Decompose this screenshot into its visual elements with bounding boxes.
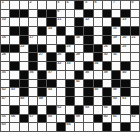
letter-cell[interactable] [38,106,46,114]
letter-cell[interactable] [131,71,139,79]
letter-cell[interactable] [20,18,28,26]
block-cell [29,53,37,61]
clue-number: 12 [85,18,89,22]
block-cell [94,115,102,123]
clue-number: 60 [103,115,107,119]
block-cell [103,27,111,35]
block-cell [75,1,83,9]
letter-cell[interactable] [1,80,9,88]
letter-cell[interactable]: 58 [47,115,55,123]
letter-cell[interactable]: 30 [103,53,111,61]
block-cell [121,88,129,96]
clue-number: 43 [11,88,15,92]
letter-cell[interactable] [1,10,9,18]
block-cell [38,115,46,123]
letter-cell[interactable]: 33 [66,62,74,70]
letter-cell[interactable]: 38 [84,71,92,79]
letter-cell[interactable] [121,1,129,9]
letter-cell[interactable]: 57 [29,115,37,123]
block-cell [112,45,120,53]
block-cell [84,36,92,44]
block-cell [20,71,28,79]
block-cell [10,10,18,18]
block-cell [66,36,74,44]
letter-cell[interactable] [1,27,9,35]
block-cell [10,106,18,114]
letter-cell[interactable] [94,18,102,26]
letter-cell[interactable] [66,71,74,79]
clue-number: 11 [57,18,61,22]
letter-cell[interactable]: 36 [29,71,37,79]
letter-cell[interactable] [121,106,129,114]
block-cell [47,53,55,61]
clue-number: 49 [39,97,43,101]
clue-number: 47 [2,97,6,101]
letter-cell[interactable] [94,10,102,18]
clue-number: 1 [2,1,4,5]
letter-cell[interactable] [47,45,55,53]
block-cell [94,45,102,53]
letter-cell[interactable] [84,115,92,123]
letter-cell[interactable] [38,123,46,131]
letter-cell[interactable] [121,115,129,123]
letter-cell[interactable] [20,1,28,9]
block-cell [121,10,129,18]
letter-cell[interactable]: 52 [57,106,65,114]
letter-cell[interactable] [131,97,139,105]
block-cell [75,27,83,35]
block-cell [1,45,9,53]
clue-number: 52 [57,106,61,110]
clue-number: 45 [94,88,98,92]
letter-cell[interactable]: 18 [75,36,83,44]
clue-number: 24 [103,45,107,49]
letter-cell[interactable]: 31 [112,53,120,61]
clue-number: 53 [85,106,89,110]
letter-cell[interactable] [29,123,37,131]
letter-cell[interactable] [66,106,74,114]
clue-number: 26 [2,53,6,57]
block-cell [38,10,46,18]
block-cell [10,27,18,35]
clue-number: 35 [2,71,6,75]
letter-cell[interactable]: 26 [1,53,9,61]
block-cell [29,62,37,70]
block-cell [94,80,102,88]
letter-cell[interactable]: 56 [10,115,18,123]
clue-number: 51 [122,97,126,101]
letter-cell[interactable] [20,123,28,131]
letter-cell[interactable]: 12 [84,18,92,26]
block-cell [84,62,92,70]
clue-number: 46 [113,88,117,92]
letter-cell[interactable]: 2 [29,1,37,9]
letter-cell[interactable] [131,123,139,131]
block-cell [112,18,120,26]
block-cell [57,123,65,131]
letter-cell[interactable] [75,123,83,131]
letter-cell[interactable] [38,18,46,26]
letter-cell[interactable]: 63 [1,123,9,131]
letter-cell[interactable] [75,10,83,18]
clue-number: 62 [131,115,135,119]
crossword-grid: 1234567891011121314151617181920212223242… [0,0,140,132]
clue-number: 33 [66,62,70,66]
clue-number: 61 [113,115,117,119]
letter-cell[interactable] [57,88,65,96]
clue-number: 54 [103,106,107,110]
clue-number: 57 [29,115,33,119]
clue-number: 7 [113,1,115,5]
letter-cell[interactable] [131,80,139,88]
clue-number: 27 [39,53,43,57]
block-cell [121,123,129,131]
letter-cell[interactable] [66,10,74,18]
block-cell [47,10,55,18]
clue-number: 25 [122,45,126,49]
letter-cell[interactable] [10,53,18,61]
clue-number: 14 [48,27,52,31]
letter-cell[interactable]: 51 [121,97,129,105]
block-cell [20,115,28,123]
letter-cell[interactable] [10,97,18,105]
letter-cell[interactable] [75,45,83,53]
clue-number: 30 [103,53,107,57]
clue-number: 10 [2,18,6,22]
letter-cell[interactable]: 34 [94,62,102,70]
letter-cell[interactable] [131,10,139,18]
letter-cell[interactable] [112,123,120,131]
clue-number: 37 [48,71,52,75]
block-cell [131,27,139,35]
letter-cell[interactable] [57,80,65,88]
letter-cell[interactable]: 8 [131,1,139,9]
clue-number: 36 [29,71,33,75]
letter-cell[interactable]: 54 [103,106,111,114]
clue-number: 15 [113,27,117,31]
letter-cell[interactable]: 22 [20,45,28,53]
block-cell [10,45,18,53]
block-cell [20,80,28,88]
letter-cell[interactable]: 62 [131,115,139,123]
letter-cell[interactable]: 13 [121,18,129,26]
clue-number: 4 [66,1,68,5]
block-cell [75,71,83,79]
block-cell [103,88,111,96]
letter-cell[interactable]: 44 [47,88,55,96]
letter-cell[interactable]: 42 [1,88,9,96]
clue-number: 19 [113,36,117,40]
letter-cell[interactable] [29,18,37,26]
clue-number: 8 [131,1,133,5]
letter-cell[interactable]: 55 [1,115,9,123]
clue-number: 38 [85,71,89,75]
letter-cell[interactable]: 32 [57,62,65,70]
letter-cell[interactable] [94,71,102,79]
letter-cell[interactable] [38,36,46,44]
block-cell [47,106,55,114]
letter-cell[interactable]: 41 [75,80,83,88]
letter-cell[interactable] [10,36,18,44]
block-cell [121,62,129,70]
clue-number: 17 [29,36,33,40]
letter-cell[interactable] [1,62,9,70]
block-cell [103,36,111,44]
clue-number: 42 [2,88,6,92]
letter-cell[interactable]: 23 [66,45,74,53]
letter-cell[interactable]: 6 [94,1,102,9]
letter-cell[interactable] [112,10,120,18]
letter-cell[interactable] [75,97,83,105]
block-cell [103,123,111,131]
letter-cell[interactable]: 14 [47,27,55,35]
letter-cell[interactable] [47,36,55,44]
block-cell [121,80,129,88]
block-cell [66,115,74,123]
letter-cell[interactable]: 10 [1,18,9,26]
letter-cell[interactable] [20,106,28,114]
clue-number: 31 [113,53,117,57]
clue-number: 5 [85,1,87,5]
letter-cell[interactable] [112,62,120,70]
block-cell [131,106,139,114]
letter-cell[interactable] [131,53,139,61]
letter-cell[interactable]: 16 [1,36,9,44]
clue-number: 2 [29,1,31,5]
clue-number: 41 [76,80,80,84]
block-cell [112,80,120,88]
block-cell [66,80,74,88]
block-cell [84,80,92,88]
letter-cell[interactable]: 46 [112,88,120,96]
block-cell [66,88,74,96]
letter-cell[interactable] [84,53,92,61]
clue-number: 34 [94,62,98,66]
block-cell [84,88,92,96]
letter-cell[interactable] [57,71,65,79]
letter-cell[interactable] [10,18,18,26]
letter-cell[interactable] [29,10,37,18]
letter-cell[interactable] [20,53,28,61]
letter-cell[interactable] [57,36,65,44]
letter-cell[interactable]: 40 [121,71,129,79]
letter-cell[interactable] [121,53,129,61]
letter-cell[interactable]: 29 [75,53,83,61]
block-cell [57,27,65,35]
letter-cell[interactable]: 17 [29,36,37,44]
block-cell [38,27,46,35]
clue-number: 59 [76,115,80,119]
letter-cell[interactable] [29,27,37,35]
letter-cell[interactable]: 61 [112,115,120,123]
letter-cell[interactable] [103,80,111,88]
crossword-puzzle: 1234567891011121314151617181920212223242… [0,0,140,132]
letter-cell[interactable]: 35 [1,71,9,79]
block-cell [112,71,120,79]
letter-cell[interactable]: 15 [112,27,120,35]
block-cell [121,27,129,35]
letter-cell[interactable]: 59 [75,115,83,123]
letter-cell[interactable] [29,97,37,105]
clue-number: 56 [11,115,15,119]
letter-cell[interactable] [38,62,46,70]
letter-cell[interactable] [131,18,139,26]
letter-cell[interactable] [94,36,102,44]
letter-cell[interactable]: 1 [1,1,9,9]
letter-cell[interactable]: 43 [10,88,18,96]
block-cell [47,62,55,70]
letter-cell[interactable]: 4 [66,1,74,9]
block-cell [103,62,111,70]
block-cell [57,45,65,53]
letter-cell[interactable]: 21 [131,36,139,44]
letter-cell[interactable]: 50 [112,97,120,105]
letter-cell[interactable] [20,62,28,70]
block-cell [29,106,37,114]
letter-cell[interactable]: 3 [57,1,65,9]
clue-number: 29 [76,53,80,57]
clue-number: 23 [66,45,70,49]
block-cell [29,45,37,53]
clue-number: 18 [76,36,80,40]
clue-number: 13 [122,18,126,22]
letter-cell[interactable] [103,18,111,26]
letter-cell[interactable]: 53 [84,106,92,114]
letter-cell[interactable] [57,97,65,105]
clue-number: 48 [20,97,24,101]
letter-cell[interactable] [94,106,102,114]
clue-number: 9 [57,10,59,14]
letter-cell[interactable] [94,123,102,131]
letter-cell[interactable]: 7 [112,1,120,9]
letter-cell[interactable] [84,123,92,131]
clue-number: 64 [66,123,70,127]
letter-cell[interactable]: 25 [121,45,129,53]
clue-number: 58 [48,115,52,119]
letter-cell[interactable] [29,80,37,88]
block-cell [84,45,92,53]
letter-cell[interactable]: 9 [57,10,65,18]
clue-number: 3 [57,1,59,5]
letter-cell[interactable] [10,123,18,131]
letter-cell[interactable] [131,62,139,70]
block-cell [66,53,74,61]
letter-cell[interactable]: 48 [20,97,28,105]
letter-cell[interactable]: 47 [1,97,9,105]
letter-cell[interactable]: 28 [57,53,65,61]
block-cell [47,18,55,26]
letter-cell[interactable]: 27 [38,53,46,61]
letter-cell[interactable] [75,88,83,96]
clue-number: 39 [103,71,107,75]
letter-cell[interactable]: 20 [121,36,129,44]
letter-cell[interactable]: 64 [66,123,74,131]
letter-cell[interactable] [66,18,74,26]
block-cell [38,71,46,79]
letter-cell[interactable] [131,88,139,96]
block-cell [38,88,46,96]
clue-number: 40 [122,71,126,75]
letter-cell[interactable] [131,45,139,53]
letter-cell[interactable] [47,97,55,105]
block-cell [20,36,28,44]
letter-cell[interactable] [94,97,102,105]
letter-cell[interactable] [10,1,18,9]
clue-number: 50 [113,97,117,101]
block-cell [84,27,92,35]
block-cell [103,97,111,105]
clue-number: 63 [2,123,6,127]
block-cell [20,88,28,96]
block-cell [94,53,102,61]
block-cell [112,106,120,114]
block-cell [75,106,83,114]
block-cell [47,80,55,88]
letter-cell[interactable] [103,1,111,9]
letter-cell[interactable]: 5 [84,1,92,9]
clue-number: 21 [131,36,135,40]
letter-cell[interactable] [47,1,55,9]
block-cell [38,45,46,53]
block-cell [75,18,83,26]
clue-number: 20 [122,36,126,40]
block-cell [20,10,28,18]
block-cell [84,10,92,18]
clue-number: 44 [48,88,52,92]
letter-cell[interactable] [29,88,37,96]
block-cell [103,10,111,18]
block-cell [20,27,28,35]
clue-number: 22 [20,45,24,49]
clue-number: 28 [57,53,61,57]
letter-cell[interactable]: 19 [112,36,120,44]
letter-cell[interactable] [47,123,55,131]
letter-cell[interactable]: 45 [94,88,102,96]
block-cell [84,97,92,105]
letter-cell[interactable] [1,106,9,114]
letter-cell[interactable] [66,27,74,35]
block-cell [10,62,18,70]
letter-cell[interactable]: 37 [47,71,55,79]
letter-cell[interactable] [10,71,18,79]
block-cell [38,80,46,88]
block-cell [10,80,18,88]
letter-cell[interactable]: 24 [103,45,111,53]
letter-cell[interactable]: 49 [38,97,46,105]
clue-number: 6 [94,1,96,5]
block-cell [66,97,74,105]
letter-cell[interactable]: 11 [57,18,65,26]
letter-cell[interactable]: 39 [103,71,111,79]
letter-cell[interactable] [38,1,46,9]
letter-cell[interactable] [57,115,65,123]
clue-number: 16 [2,36,6,40]
letter-cell[interactable] [94,27,102,35]
clue-number: 32 [57,62,61,66]
letter-cell[interactable]: 60 [103,115,111,123]
clue-number: 55 [2,115,6,119]
letter-cell[interactable] [75,62,83,70]
